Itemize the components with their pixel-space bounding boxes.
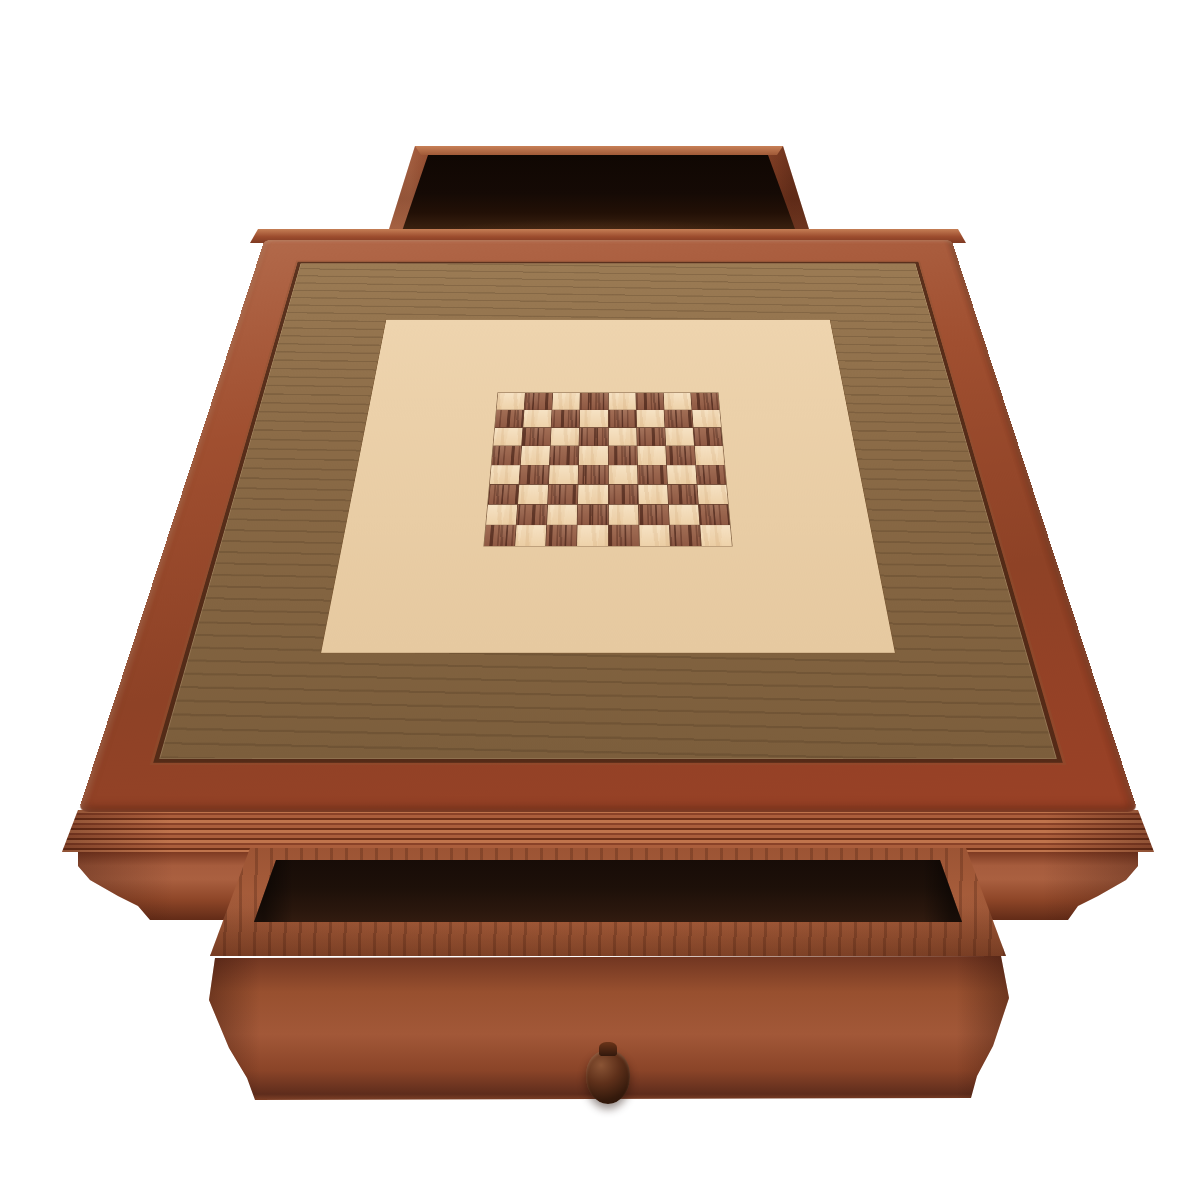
square-d7[interactable]: [580, 410, 608, 427]
square-d2[interactable]: [578, 505, 608, 525]
board-squares-grid: [484, 393, 732, 546]
square-h8[interactable]: [691, 393, 719, 410]
square-g8[interactable]: [663, 393, 691, 410]
square-h2[interactable]: [699, 505, 730, 525]
square-a2[interactable]: [486, 505, 517, 525]
square-b4[interactable]: [519, 465, 549, 484]
back-drawer-rim: [385, 146, 813, 155]
board-border-maple-strip: [321, 320, 895, 653]
square-b1[interactable]: [515, 525, 546, 546]
square-g1[interactable]: [670, 525, 701, 546]
square-b7[interactable]: [523, 410, 551, 427]
square-e6[interactable]: [608, 428, 636, 446]
square-h4[interactable]: [696, 465, 726, 484]
square-d1[interactable]: [577, 525, 607, 546]
square-e7[interactable]: [608, 410, 636, 427]
edge-molding-reeded: [62, 810, 1154, 852]
square-d3[interactable]: [578, 485, 607, 504]
square-f1[interactable]: [639, 525, 670, 546]
square-e3[interactable]: [608, 485, 637, 504]
board-border-walnut: [159, 263, 1057, 758]
square-a5[interactable]: [492, 446, 522, 464]
square-d6[interactable]: [580, 428, 608, 446]
square-h6[interactable]: [693, 428, 722, 446]
square-a3[interactable]: [488, 485, 519, 504]
square-a4[interactable]: [490, 465, 520, 484]
square-h1[interactable]: [700, 525, 732, 546]
square-c5[interactable]: [550, 446, 579, 464]
square-b8[interactable]: [525, 393, 553, 410]
square-a7[interactable]: [495, 410, 524, 427]
front-drawer-felt-lining: [250, 858, 966, 924]
square-c4[interactable]: [549, 465, 578, 484]
square-c3[interactable]: [548, 485, 578, 504]
square-g4[interactable]: [667, 465, 697, 484]
square-f8[interactable]: [636, 393, 664, 410]
square-b6[interactable]: [522, 428, 551, 446]
square-c6[interactable]: [551, 428, 579, 446]
square-e5[interactable]: [608, 446, 636, 464]
square-a6[interactable]: [493, 428, 522, 446]
square-f5[interactable]: [637, 446, 666, 464]
drawer-knob[interactable]: [586, 1050, 630, 1104]
square-g6[interactable]: [665, 428, 694, 446]
square-c1[interactable]: [546, 525, 577, 546]
square-h7[interactable]: [692, 410, 721, 427]
square-g2[interactable]: [669, 505, 700, 525]
square-f2[interactable]: [639, 505, 669, 525]
square-g3[interactable]: [668, 485, 698, 504]
square-c2[interactable]: [547, 505, 577, 525]
square-b5[interactable]: [521, 446, 550, 464]
square-b2[interactable]: [517, 505, 548, 525]
square-e8[interactable]: [608, 393, 635, 410]
square-h5[interactable]: [695, 446, 725, 464]
square-e4[interactable]: [608, 465, 637, 484]
square-b3[interactable]: [518, 485, 548, 504]
square-f3[interactable]: [638, 485, 668, 504]
square-e1[interactable]: [608, 525, 638, 546]
square-e2[interactable]: [608, 505, 638, 525]
square-d8[interactable]: [580, 393, 607, 410]
square-a8[interactable]: [497, 393, 525, 410]
square-g5[interactable]: [666, 446, 695, 464]
square-f6[interactable]: [637, 428, 665, 446]
board-frame-mahogany: [78, 240, 1138, 812]
square-c8[interactable]: [553, 393, 581, 410]
chess-board: [78, 240, 1138, 812]
back-drawer-cavity: [399, 155, 799, 240]
square-d4[interactable]: [579, 465, 608, 484]
square-a1[interactable]: [484, 525, 516, 546]
square-c7[interactable]: [552, 410, 580, 427]
square-g7[interactable]: [664, 410, 692, 427]
square-f7[interactable]: [636, 410, 664, 427]
square-d5[interactable]: [579, 446, 607, 464]
square-f4[interactable]: [638, 465, 667, 484]
square-h3[interactable]: [697, 485, 728, 504]
chess-board-product-scene: [0, 0, 1200, 1200]
